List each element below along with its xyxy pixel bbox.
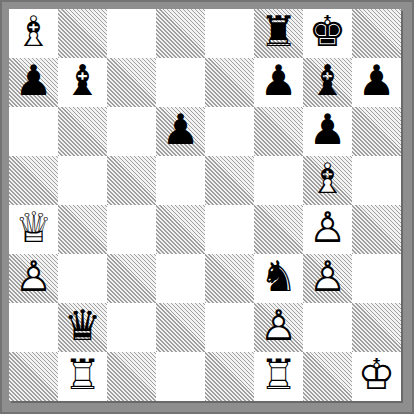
square-c7 [107,58,156,107]
black-pawn-piece: ♟ [303,107,352,156]
square-a6 [9,107,58,156]
white-pawn-piece: ♟♙ [9,254,58,303]
square-d1 [156,352,205,401]
square-f4 [254,205,303,254]
square-g8: ♚ [303,9,352,58]
square-h5 [352,156,401,205]
square-h1: ♚♔ [352,352,401,401]
black-knight-piece: ♞ [254,254,303,303]
black-pawn-piece: ♟ [352,58,401,107]
square-h3 [352,254,401,303]
square-c4 [107,205,156,254]
square-d7 [156,58,205,107]
square-e8 [205,9,254,58]
square-e6 [205,107,254,156]
square-e5 [205,156,254,205]
square-c1 [107,352,156,401]
white-bishop-piece: ♝♗ [9,9,58,58]
square-d4 [156,205,205,254]
square-e4 [205,205,254,254]
square-b4 [58,205,107,254]
square-f6 [254,107,303,156]
square-h7: ♟ [352,58,401,107]
black-pawn-piece: ♟ [9,58,58,107]
square-h4 [352,205,401,254]
square-d8 [156,9,205,58]
white-pawn-piece: ♟♙ [303,254,352,303]
square-e3 [205,254,254,303]
square-e2 [205,303,254,352]
square-f1: ♜♖ [254,352,303,401]
square-g1 [303,352,352,401]
white-queen-piece: ♛♕ [9,205,58,254]
square-g4: ♟♙ [303,205,352,254]
square-c8 [107,9,156,58]
square-c5 [107,156,156,205]
square-a7: ♟ [9,58,58,107]
square-b5 [58,156,107,205]
square-b8 [58,9,107,58]
square-b6 [58,107,107,156]
white-pawn-piece: ♟♙ [254,303,303,352]
square-d5 [156,156,205,205]
square-f3: ♞ [254,254,303,303]
square-b2: ♛ [58,303,107,352]
square-f8: ♜ [254,9,303,58]
square-d6: ♟ [156,107,205,156]
square-e1 [205,352,254,401]
white-rook-piece: ♜♖ [58,352,107,401]
square-b7: ♝ [58,58,107,107]
black-queen-piece: ♛ [58,303,107,352]
square-d2 [156,303,205,352]
square-f5 [254,156,303,205]
black-bishop-piece: ♝ [58,58,107,107]
square-a4: ♛♕ [9,205,58,254]
square-g2 [303,303,352,352]
square-h6 [352,107,401,156]
square-g6: ♟ [303,107,352,156]
white-king-piece: ♚♔ [352,352,401,401]
white-rook-piece: ♜♖ [254,352,303,401]
square-a2 [9,303,58,352]
chess-board: ♝♗♜♚♟♝♟♝♟♟♟♝♗♛♕♟♙♟♙♞♟♙♛♟♙♜♖♜♖♚♔ [9,9,401,401]
square-c6 [107,107,156,156]
square-b3 [58,254,107,303]
black-bishop-piece: ♝ [303,58,352,107]
square-c2 [107,303,156,352]
square-g5: ♝♗ [303,156,352,205]
white-pawn-piece: ♟♙ [303,205,352,254]
white-bishop-piece: ♝♗ [303,156,352,205]
square-g3: ♟♙ [303,254,352,303]
black-king-piece: ♚ [303,9,352,58]
square-b1: ♜♖ [58,352,107,401]
square-g7: ♝ [303,58,352,107]
square-e7 [205,58,254,107]
square-f2: ♟♙ [254,303,303,352]
square-f7: ♟ [254,58,303,107]
black-pawn-piece: ♟ [254,58,303,107]
square-a3: ♟♙ [9,254,58,303]
square-a5 [9,156,58,205]
square-h2 [352,303,401,352]
black-pawn-piece: ♟ [156,107,205,156]
square-c3 [107,254,156,303]
black-rook-piece: ♜ [254,9,303,58]
square-a1 [9,352,58,401]
square-a8: ♝♗ [9,9,58,58]
square-d3 [156,254,205,303]
square-h8 [352,9,401,58]
board-frame: ♝♗♜♚♟♝♟♝♟♟♟♝♗♛♕♟♙♟♙♞♟♙♛♟♙♜♖♜♖♚♔ [0,0,414,414]
